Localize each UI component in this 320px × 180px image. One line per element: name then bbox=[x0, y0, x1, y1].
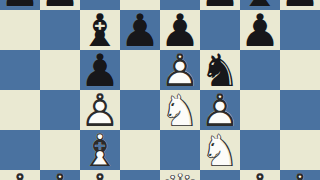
square-b7[interactable]: ♟ bbox=[40, 0, 80, 10]
white-queen[interactable]: ♕ bbox=[160, 170, 200, 180]
black-pawn[interactable]: ♟ bbox=[40, 0, 80, 10]
square-a4[interactable] bbox=[0, 90, 40, 130]
black-pawn[interactable]: ♟ bbox=[0, 0, 40, 10]
square-f3[interactable]: ♘ bbox=[200, 130, 240, 170]
square-b5[interactable] bbox=[40, 50, 80, 90]
square-h7[interactable]: ♟ bbox=[280, 0, 320, 10]
black-pawn[interactable]: ♟ bbox=[240, 10, 280, 50]
square-b2[interactable]: ♙ bbox=[40, 170, 80, 180]
black-pawn[interactable]: ♟ bbox=[120, 10, 160, 50]
square-g4[interactable] bbox=[240, 90, 280, 130]
square-h2[interactable]: ♙ bbox=[280, 170, 320, 180]
square-g2[interactable]: ♙ bbox=[240, 170, 280, 180]
square-d4[interactable] bbox=[120, 90, 160, 130]
white-pawn[interactable]: ♙ bbox=[40, 170, 80, 180]
square-e4[interactable]: ♘ bbox=[160, 90, 200, 130]
square-d5[interactable] bbox=[120, 50, 160, 90]
white-pawn[interactable]: ♙ bbox=[0, 170, 40, 180]
square-d2[interactable] bbox=[120, 170, 160, 180]
square-a5[interactable] bbox=[0, 50, 40, 90]
white-pawn[interactable]: ♙ bbox=[280, 170, 320, 180]
white-knight[interactable]: ♘ bbox=[160, 90, 200, 130]
board-viewport: ♟♟♟♝♟♝♟♟♟♟♙♞♙♘♙♗♘♙♙♙♕♙♙ bbox=[0, 0, 320, 180]
white-knight[interactable]: ♘ bbox=[200, 130, 240, 170]
square-b6[interactable] bbox=[40, 10, 80, 50]
white-pawn[interactable]: ♙ bbox=[240, 170, 280, 180]
square-d6[interactable]: ♟ bbox=[120, 10, 160, 50]
square-h6[interactable] bbox=[280, 10, 320, 50]
black-pawn[interactable]: ♟ bbox=[280, 0, 320, 10]
square-g5[interactable] bbox=[240, 50, 280, 90]
square-d3[interactable] bbox=[120, 130, 160, 170]
square-b4[interactable] bbox=[40, 90, 80, 130]
square-h5[interactable] bbox=[280, 50, 320, 90]
black-pawn[interactable]: ♟ bbox=[200, 0, 240, 10]
square-a7[interactable]: ♟ bbox=[0, 0, 40, 10]
square-h4[interactable] bbox=[280, 90, 320, 130]
square-c2[interactable]: ♙ bbox=[80, 170, 120, 180]
white-pawn[interactable]: ♙ bbox=[80, 170, 120, 180]
square-e2[interactable]: ♕ bbox=[160, 170, 200, 180]
square-g6[interactable]: ♟ bbox=[240, 10, 280, 50]
square-a2[interactable]: ♙ bbox=[0, 170, 40, 180]
chess-board[interactable]: ♟♟♟♝♟♝♟♟♟♟♙♞♙♘♙♗♘♙♙♙♕♙♙ bbox=[0, 0, 320, 180]
square-f7[interactable]: ♟ bbox=[200, 0, 240, 10]
square-a6[interactable] bbox=[0, 10, 40, 50]
